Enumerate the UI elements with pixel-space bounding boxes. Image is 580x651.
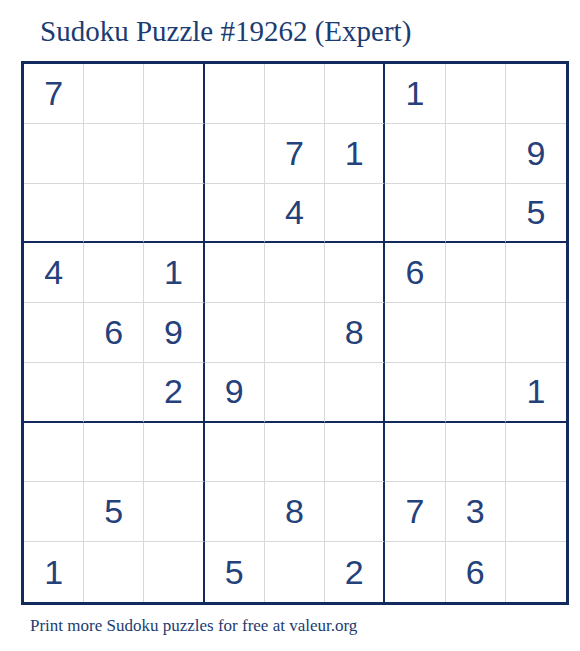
- cell-r2c8-empty: [446, 124, 506, 184]
- cell-r2c4-empty: [205, 124, 265, 184]
- cell-r1c2-empty: [84, 64, 144, 124]
- cell-r7c9-empty: [506, 423, 566, 483]
- cell-r8c9-empty: [506, 482, 566, 542]
- cell-r4c5-empty: [265, 243, 325, 303]
- cell-r6c1-empty: [24, 363, 84, 423]
- cell-r6c6-empty: [325, 363, 385, 423]
- cell-r2c1-empty: [24, 124, 84, 184]
- cell-r2c2-empty: [84, 124, 144, 184]
- cell-r7c2-empty: [84, 423, 144, 483]
- cell-r9c1-given-1: 1: [24, 542, 84, 602]
- cell-r2c6-given-1: 1: [325, 124, 385, 184]
- page-title: Sudoku Puzzle #19262 (Expert): [40, 14, 411, 48]
- cell-r7c6-empty: [325, 423, 385, 483]
- cell-r8c1-empty: [24, 482, 84, 542]
- cell-r1c1-given-7: 7: [24, 64, 84, 124]
- cell-r8c6-empty: [325, 482, 385, 542]
- cell-r4c4-empty: [205, 243, 265, 303]
- cell-r6c4-given-9: 9: [205, 363, 265, 423]
- cell-r4c7-given-6: 6: [385, 243, 445, 303]
- cell-r4c8-empty: [446, 243, 506, 303]
- cell-r7c3-empty: [144, 423, 204, 483]
- cell-r8c5-given-8: 8: [265, 482, 325, 542]
- cell-r2c9-given-9: 9: [506, 124, 566, 184]
- cell-r3c2-empty: [84, 184, 144, 244]
- cell-r1c5-empty: [265, 64, 325, 124]
- cell-r3c3-empty: [144, 184, 204, 244]
- cell-r7c1-empty: [24, 423, 84, 483]
- cell-r9c8-given-6: 6: [446, 542, 506, 602]
- cell-r6c5-empty: [265, 363, 325, 423]
- cell-r7c8-empty: [446, 423, 506, 483]
- cell-r1c8-empty: [446, 64, 506, 124]
- cell-r3c6-empty: [325, 184, 385, 244]
- cell-r5c8-empty: [446, 303, 506, 363]
- cell-r8c3-empty: [144, 482, 204, 542]
- cell-r9c4-given-5: 5: [205, 542, 265, 602]
- cell-r4c1-given-4: 4: [24, 243, 84, 303]
- cell-r5c1-empty: [24, 303, 84, 363]
- cell-r3c5-given-4: 4: [265, 184, 325, 244]
- cell-r1c3-empty: [144, 64, 204, 124]
- cell-r5c2-given-6: 6: [84, 303, 144, 363]
- cell-r7c4-empty: [205, 423, 265, 483]
- cell-r4c3-given-1: 1: [144, 243, 204, 303]
- cell-r1c9-empty: [506, 64, 566, 124]
- cell-r4c2-empty: [84, 243, 144, 303]
- cell-r8c4-empty: [205, 482, 265, 542]
- cell-r9c5-empty: [265, 542, 325, 602]
- cell-r6c7-empty: [385, 363, 445, 423]
- cell-r3c4-empty: [205, 184, 265, 244]
- footer-text: Print more Sudoku puzzles for free at va…: [30, 616, 357, 636]
- cell-r3c1-empty: [24, 184, 84, 244]
- cell-r9c6-given-2: 2: [325, 542, 385, 602]
- cell-r1c6-empty: [325, 64, 385, 124]
- cell-r6c2-empty: [84, 363, 144, 423]
- sudoku-board: 717194541669829158731526: [21, 61, 569, 605]
- cell-r2c7-empty: [385, 124, 445, 184]
- page: Sudoku Puzzle #19262 (Expert) 7171945416…: [0, 0, 580, 651]
- cell-r7c7-empty: [385, 423, 445, 483]
- cell-r8c2-given-5: 5: [84, 482, 144, 542]
- cell-r9c3-empty: [144, 542, 204, 602]
- cell-r5c9-empty: [506, 303, 566, 363]
- cell-r4c9-empty: [506, 243, 566, 303]
- cell-r3c9-given-5: 5: [506, 184, 566, 244]
- cell-r3c7-empty: [385, 184, 445, 244]
- cell-r2c5-given-7: 7: [265, 124, 325, 184]
- cell-r6c3-given-2: 2: [144, 363, 204, 423]
- cell-r9c7-empty: [385, 542, 445, 602]
- cell-r3c8-empty: [446, 184, 506, 244]
- cell-r2c3-empty: [144, 124, 204, 184]
- cell-r5c4-empty: [205, 303, 265, 363]
- cell-r9c2-empty: [84, 542, 144, 602]
- cell-r5c5-empty: [265, 303, 325, 363]
- cell-r1c4-empty: [205, 64, 265, 124]
- cell-r1c7-given-1: 1: [385, 64, 445, 124]
- cell-r8c7-given-7: 7: [385, 482, 445, 542]
- cell-r4c6-empty: [325, 243, 385, 303]
- cell-r6c9-given-1: 1: [506, 363, 566, 423]
- cell-r8c8-given-3: 3: [446, 482, 506, 542]
- cell-r5c7-empty: [385, 303, 445, 363]
- cell-r9c9-empty: [506, 542, 566, 602]
- cell-r5c6-given-8: 8: [325, 303, 385, 363]
- cell-r6c8-empty: [446, 363, 506, 423]
- cell-r7c5-empty: [265, 423, 325, 483]
- cell-r5c3-given-9: 9: [144, 303, 204, 363]
